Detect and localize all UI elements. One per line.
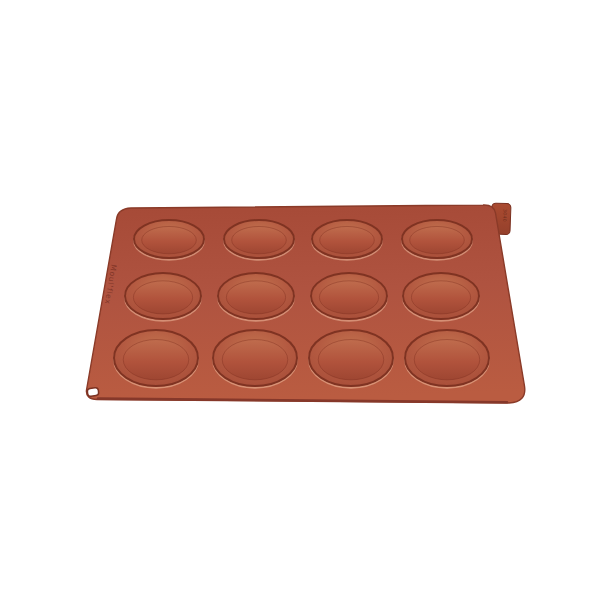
product-photo-stage: 3040 Moul'flex <box>0 0 600 600</box>
well <box>224 220 294 260</box>
well <box>405 330 489 388</box>
well <box>213 330 297 388</box>
well <box>309 330 393 388</box>
well <box>402 220 472 260</box>
well <box>403 273 479 321</box>
well <box>125 273 201 321</box>
well <box>134 220 204 260</box>
tab-embossed-text: 3040 <box>502 209 507 222</box>
well <box>312 220 382 260</box>
well <box>218 273 294 321</box>
baking-mat-photo: 3040 Moul'flex <box>0 0 600 600</box>
well <box>114 330 198 388</box>
well <box>311 273 387 321</box>
hang-hole <box>87 387 99 396</box>
